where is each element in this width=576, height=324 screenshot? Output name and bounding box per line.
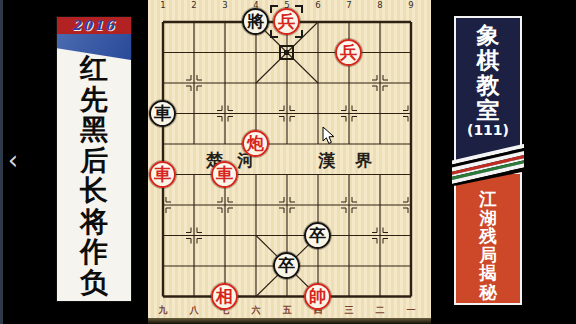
xiangqi-board[interactable]: 123456789 九八七六五四三二一 楚河 漢界 將兵兵車炮車車卒卒相帥 [148,0,431,324]
classroom-title-text: 象棋教室 [456,22,520,122]
series-title-text: 江湖残局揭秘 [456,190,520,301]
banner-char: 将 [80,207,108,238]
episode-number: (111) [456,122,520,138]
year-label: 2016 [57,17,131,34]
banner-char: 先 [80,85,108,116]
banner-char: 负 [80,268,108,299]
banner-char: 残 [479,227,497,246]
left-title-banner: 2016 红先黑后长将作负 [57,17,131,301]
series-banner-box: 江湖残局揭秘 [454,172,522,305]
banner-char: 江 [479,190,497,209]
piece-black-將[interactable]: 將 [242,8,269,35]
banner-char: 秘 [479,283,497,302]
piece-red-車[interactable]: 車 [211,161,238,188]
piece-black-卒[interactable]: 卒 [273,252,300,279]
piece-red-相[interactable]: 相 [211,283,238,310]
piece-red-帥[interactable]: 帥 [304,283,331,310]
mouse-cursor-icon [322,126,336,146]
banner-char: 红 [80,54,108,85]
banner-char: 湖 [479,209,497,228]
banner-char: 象 [477,22,500,47]
pieces-grid: 將兵兵車炮車車卒卒相帥 [147,7,426,312]
last-move-origin-marker [279,45,294,60]
banner-char: 室 [477,97,500,122]
right-channel-banner: 象棋教室 (111) 江湖残局揭秘 [454,16,522,303]
banner-char: 长 [80,176,108,207]
banner-char: 后 [80,146,108,177]
piece-red-車[interactable]: 車 [149,161,176,188]
banner-char: 局 [479,246,497,265]
banner-char: 作 [80,237,108,268]
banner-char: 教 [477,72,500,97]
back-chevron-icon[interactable]: ‹ [4,146,22,174]
left-title-text: 红先黑后长将作负 [57,54,131,298]
banner-char: 黑 [80,115,108,146]
banner-char: 揭 [479,264,497,283]
banner-char: 棋 [477,47,500,72]
player-edge-strip [0,0,3,324]
piece-red-兵[interactable]: 兵 [335,39,362,66]
piece-red-炮[interactable]: 炮 [242,130,269,157]
video-frame: ‹ 2016 红先黑后长将作负 123456789 九八七六五四三二一 楚河 漢… [0,0,576,324]
piece-black-卒[interactable]: 卒 [304,222,331,249]
piece-black-車[interactable]: 車 [149,100,176,127]
